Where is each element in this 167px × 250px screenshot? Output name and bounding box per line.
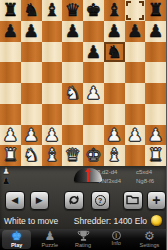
status-bar: White to move Shredder: 1400 Elo [0, 212, 166, 229]
square-b3[interactable] [21, 104, 42, 125]
square-h2[interactable]: ♟ [145, 125, 166, 146]
tab-settings[interactable]: ⚙ Settings [133, 229, 166, 250]
tab-puzzle[interactable]: ♟ Puzzle [33, 229, 66, 250]
gear-icon: ⚙ [144, 230, 155, 242]
square-b6[interactable] [21, 42, 42, 63]
square-f8[interactable]: ♝ [104, 0, 125, 21]
square-f5[interactable] [104, 62, 125, 83]
info-panel: ♟ ♟ 3.d2-d4 c5xd4 4.Nf3xd4 Ng8-f6 [0, 166, 166, 189]
square-a1[interactable]: ♜ [0, 145, 21, 166]
move-black-1: c5xd4 [136, 169, 163, 175]
black-pawn: ♟ [86, 42, 102, 63]
refresh-button[interactable] [64, 191, 84, 210]
square-g6[interactable] [125, 42, 146, 63]
square-c7[interactable] [42, 21, 63, 42]
square-h7[interactable]: ♟ [145, 21, 166, 42]
trophy-icon [77, 230, 90, 242]
square-c4[interactable] [42, 83, 63, 104]
square-d8[interactable]: ♛ [62, 0, 83, 21]
square-h8[interactable]: ♜ [145, 0, 166, 21]
square-d5[interactable] [62, 62, 83, 83]
black-bishop: ♝ [106, 0, 122, 21]
square-f2[interactable]: ♟ [104, 125, 125, 146]
help-icon: ? [95, 195, 106, 206]
new-game-button[interactable]: + [147, 191, 167, 210]
square-c6[interactable] [42, 42, 63, 63]
square-f6[interactable]: ♞ [104, 42, 125, 63]
white-bishop: ♝ [106, 145, 122, 166]
tab-info[interactable]: i Info [100, 229, 133, 250]
square-g4[interactable] [125, 83, 146, 104]
black-king: ♚ [86, 0, 102, 21]
black-knight: ♞ [23, 0, 39, 21]
square-a6[interactable] [0, 42, 21, 63]
square-g1[interactable] [125, 145, 146, 166]
folder-icon [126, 194, 139, 207]
square-f3[interactable] [104, 104, 125, 125]
black-pawn: ♟ [65, 21, 81, 42]
white-queen: ♛ [65, 145, 81, 166]
black-queen: ♛ [65, 0, 81, 21]
black-pawn: ♟ [127, 21, 143, 42]
square-g7[interactable]: ♟ [125, 21, 146, 42]
white-pawn: ♟ [148, 125, 164, 146]
back-arrow-icon: ◀ [11, 196, 18, 205]
square-a4[interactable] [0, 83, 21, 104]
white-king: ♚ [86, 145, 102, 166]
square-a2[interactable]: ♟ [0, 125, 21, 146]
square-d6[interactable] [62, 42, 83, 63]
captured-black-pawn-icon: ♟ [2, 176, 10, 186]
captured-pieces-tray: ♟ ♟ [2, 166, 10, 186]
black-rook: ♜ [3, 0, 19, 21]
square-g5[interactable] [125, 62, 146, 83]
square-d3[interactable] [62, 104, 83, 125]
square-e3[interactable] [83, 104, 104, 125]
square-e4[interactable]: ♟ [83, 83, 104, 104]
square-d1[interactable]: ♛ [62, 145, 83, 166]
white-knight: ♞ [23, 145, 39, 166]
square-a3[interactable] [0, 104, 21, 125]
white-rook: ♜ [3, 145, 19, 166]
square-b2[interactable]: ♟ [21, 125, 42, 146]
square-e1[interactable]: ♚ [83, 145, 104, 166]
refresh-icon [68, 194, 80, 208]
square-h6[interactable] [145, 42, 166, 63]
tab-play[interactable]: ♚ Play [0, 229, 33, 250]
tab-rating-label: Rating [75, 242, 91, 249]
tab-settings-label: Settings [139, 242, 159, 249]
square-c2[interactable]: ♟ [42, 125, 63, 146]
captured-white-pawn-icon: ♟ [2, 166, 10, 176]
open-game-button[interactable] [123, 191, 143, 210]
square-e8[interactable]: ♚ [83, 0, 104, 21]
move-black-2: Ng8-f6 [136, 178, 163, 184]
white-pawn: ♟ [3, 125, 19, 146]
tab-info-label: Info [112, 240, 121, 247]
forward-button[interactable]: ▶ [30, 191, 50, 210]
square-d2[interactable] [62, 125, 83, 146]
square-c8[interactable]: ♝ [42, 0, 63, 21]
mid-panel: ♟ ♟ 3.d2-d4 c5xd4 4.Nf3xd4 Ng8-f6 ◀ ▶ [0, 166, 166, 229]
square-b7[interactable]: ♟ [21, 21, 42, 42]
back-button[interactable]: ◀ [5, 191, 25, 210]
white-bishop: ♝ [44, 145, 60, 166]
tab-rating[interactable]: Rating [66, 229, 99, 250]
white-knight: ♞ [65, 83, 81, 104]
move-list: 3.d2-d4 c5xd4 4.Nf3xd4 Ng8-f6 [97, 169, 163, 184]
square-a7[interactable]: ♟ [0, 21, 21, 42]
square-b8[interactable]: ♞ [21, 0, 42, 21]
white-pawn: ♟ [127, 125, 143, 146]
shredder-chess-app: ♜♞♝♛♚♝♜♟♟♟♟♟♟♟♞♞♟♟♟♟♟♟♟♜♞♝♛♚♝♜ ♟ ♟ 3.d2-… [0, 0, 166, 250]
toolbar: ◀ ▶ ? [0, 189, 166, 212]
engine-level-label: Shredder: 1400 Elo [74, 216, 147, 226]
square-f4[interactable] [104, 83, 125, 104]
square-a8[interactable]: ♜ [0, 0, 21, 21]
black-pawn: ♟ [106, 21, 122, 42]
plus-icon: + [152, 193, 160, 207]
chess-board[interactable]: ♜♞♝♛♚♝♜♟♟♟♟♟♟♟♞♞♟♟♟♟♟♟♟♜♞♝♛♚♝♜ [0, 0, 166, 166]
square-f7[interactable]: ♟ [104, 21, 125, 42]
white-pawn: ♟ [86, 83, 102, 104]
white-pawn: ♟ [23, 125, 39, 146]
white-pawn: ♟ [44, 125, 60, 146]
square-e6[interactable]: ♟ [83, 42, 104, 63]
square-g8[interactable] [125, 0, 146, 21]
square-h3[interactable] [145, 104, 166, 125]
move-white-2: 4.Nf3xd4 [97, 178, 134, 184]
level-indicator-dot[interactable] [151, 215, 162, 226]
black-pawn: ♟ [3, 21, 19, 42]
square-d4[interactable]: ♞ [62, 83, 83, 104]
square-f1[interactable]: ♝ [104, 145, 125, 166]
black-pawn: ♟ [23, 21, 39, 42]
black-knight: ♞ [106, 42, 122, 63]
square-c3[interactable] [42, 104, 63, 125]
square-b1[interactable]: ♞ [21, 145, 42, 166]
square-e5[interactable] [83, 62, 104, 83]
square-g2[interactable]: ♟ [125, 125, 146, 146]
square-a5[interactable] [0, 62, 21, 83]
help-button[interactable]: ? [91, 191, 111, 210]
square-h4[interactable] [145, 83, 166, 104]
play-king-icon: ♚ [11, 230, 22, 242]
black-rook: ♜ [148, 0, 164, 21]
square-c5[interactable] [42, 62, 63, 83]
square-h1[interactable]: ♜ [145, 145, 166, 166]
square-d7[interactable]: ♟ [62, 21, 83, 42]
square-e7[interactable] [83, 21, 104, 42]
black-bishop: ♝ [44, 0, 60, 21]
puzzle-pawn-icon: ♟ [44, 230, 55, 242]
square-b4[interactable] [21, 83, 42, 104]
square-g3[interactable] [125, 104, 146, 125]
info-icon: i [112, 231, 121, 240]
move-white-1: 3.d2-d4 [97, 169, 134, 175]
black-pawn: ♟ [148, 21, 164, 42]
white-pawn: ♟ [106, 125, 122, 146]
turn-indicator: White to move [4, 216, 58, 226]
forward-arrow-icon: ▶ [36, 196, 43, 205]
square-e2[interactable] [83, 125, 104, 146]
tab-play-label: Play [11, 242, 22, 249]
tab-puzzle-label: Puzzle [42, 242, 59, 249]
square-c1[interactable]: ♝ [42, 145, 63, 166]
square-h5[interactable] [145, 62, 166, 83]
white-rook: ♜ [148, 145, 164, 166]
gauge-needle-icon [87, 172, 89, 182]
tab-bar: ♚ Play ♟ Puzzle Rating i Info ⚙ Sett [0, 229, 166, 250]
square-b5[interactable] [21, 62, 42, 83]
